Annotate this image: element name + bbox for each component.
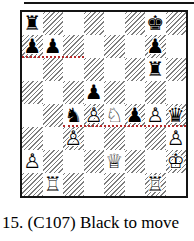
square-g2 <box>145 150 166 173</box>
square-d4: ♙ <box>84 104 105 127</box>
square-f8 <box>125 12 146 35</box>
square-e5 <box>104 81 125 104</box>
square-b1: ♖ <box>43 173 64 196</box>
black-pawn-icon: ♟ <box>23 35 41 58</box>
white-pawn-icon: ♙ <box>64 127 82 150</box>
black-king-icon: ♚ <box>146 12 164 35</box>
square-a4 <box>22 104 43 127</box>
square-f2 <box>125 150 146 173</box>
square-h1 <box>166 173 187 196</box>
square-h7 <box>166 35 187 58</box>
square-a1 <box>22 173 43 196</box>
square-e8 <box>104 12 125 35</box>
black-pawn-icon: ♟ <box>146 35 164 58</box>
black-pawn-icon: ♟ <box>126 104 144 127</box>
square-f3 <box>125 127 146 150</box>
square-c6 <box>63 58 84 81</box>
square-c4: ♞ <box>63 104 84 127</box>
square-d7 <box>84 35 105 58</box>
square-d8 <box>84 12 105 35</box>
square-h4: ♛ <box>166 104 187 127</box>
square-g5 <box>145 81 166 104</box>
square-c5 <box>63 81 84 104</box>
square-f5 <box>125 81 146 104</box>
square-h8 <box>166 12 187 35</box>
square-b5 <box>43 81 64 104</box>
square-e1 <box>104 173 125 196</box>
chess-puzzle-diagram: ♜♚♟♟♟♜♟♞♙♘♟♙♛♙♙♙♕♔♖♖ 15. (C107) Black to… <box>0 0 194 241</box>
square-b7: ♟ <box>43 35 64 58</box>
top-divider-rule <box>24 2 194 4</box>
white-pawn-icon: ♙ <box>146 104 164 127</box>
black-pawn-icon: ♟ <box>44 35 62 58</box>
black-rook-icon: ♜ <box>146 58 164 81</box>
square-c3: ♙ <box>63 127 84 150</box>
square-e3 <box>104 127 125 150</box>
square-b2 <box>43 150 64 173</box>
square-d5: ♟ <box>84 81 105 104</box>
square-g8: ♚ <box>145 12 166 35</box>
white-king-icon: ♔ <box>167 150 185 173</box>
square-b4 <box>43 104 64 127</box>
square-d6 <box>84 58 105 81</box>
square-c8 <box>63 12 84 35</box>
square-b3 <box>43 127 64 150</box>
square-e6 <box>104 58 125 81</box>
black-rook-icon: ♜ <box>23 12 41 35</box>
square-a7: ♟ <box>22 35 43 58</box>
square-h6 <box>166 58 187 81</box>
square-a3 <box>22 127 43 150</box>
square-d2 <box>84 150 105 173</box>
black-queen-icon: ♛ <box>167 104 185 127</box>
square-g6: ♜ <box>145 58 166 81</box>
square-c7 <box>63 35 84 58</box>
square-f7 <box>125 35 146 58</box>
square-g4: ♙ <box>145 104 166 127</box>
black-knight-icon: ♞ <box>64 104 82 127</box>
square-f6 <box>125 58 146 81</box>
square-a6 <box>22 58 43 81</box>
square-h5 <box>166 81 187 104</box>
white-rook-icon: ♖ <box>44 173 62 196</box>
square-h2: ♔ <box>166 150 187 173</box>
square-b6 <box>43 58 64 81</box>
white-pawn-icon: ♙ <box>23 150 41 173</box>
square-e2: ♕ <box>104 150 125 173</box>
white-pawn-icon: ♙ <box>167 127 185 150</box>
square-c1 <box>63 173 84 196</box>
square-b8 <box>43 12 64 35</box>
square-f4: ♟ <box>125 104 146 127</box>
chess-board: ♜♚♟♟♟♜♟♞♙♘♟♙♛♙♙♙♕♔♖♖ <box>20 10 188 198</box>
square-g7: ♟ <box>145 35 166 58</box>
square-h3: ♙ <box>166 127 187 150</box>
square-g1: ♖ <box>145 173 166 196</box>
square-e7 <box>104 35 125 58</box>
square-f1 <box>125 173 146 196</box>
white-queen-icon: ♕ <box>105 150 123 173</box>
square-a2: ♙ <box>22 150 43 173</box>
puzzle-caption: 15. (C107) Black to move <box>2 213 194 233</box>
square-d1 <box>84 173 105 196</box>
black-pawn-icon: ♟ <box>85 81 103 104</box>
square-e4: ♘ <box>104 104 125 127</box>
square-a5 <box>22 81 43 104</box>
white-rook-icon: ♖ <box>146 173 164 196</box>
white-pawn-icon: ♙ <box>85 104 103 127</box>
square-c2 <box>63 150 84 173</box>
square-d3 <box>84 127 105 150</box>
square-g3 <box>145 127 166 150</box>
square-a8: ♜ <box>22 12 43 35</box>
white-knight-icon: ♘ <box>105 104 123 127</box>
